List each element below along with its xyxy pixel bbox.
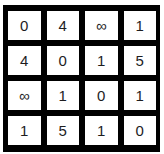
cell-r1-c1: 0	[47, 46, 80, 75]
cell-r3-c0: 1	[8, 116, 41, 145]
cell-r2-c0: ∞	[8, 81, 41, 110]
cell-r0-c1: 4	[47, 11, 80, 40]
matrix-grid-board: 0 4 ∞ 1 4 0 1 5 ∞ 1 0 1 1 5 1 0	[3, 5, 160, 152]
cell-r2-c3: 1	[124, 81, 157, 110]
cell-r0-c3: 1	[124, 11, 157, 40]
cell-r0-c2: ∞	[85, 11, 118, 40]
cell-r1-c3: 5	[124, 46, 157, 75]
cell-r3-c2: 1	[85, 116, 118, 145]
cell-r2-c2: 0	[85, 81, 118, 110]
cell-r3-c3: 0	[124, 116, 157, 145]
cell-r2-c1: 1	[47, 81, 80, 110]
cell-r0-c0: 0	[8, 11, 41, 40]
cell-r1-c0: 4	[8, 46, 41, 75]
cell-r1-c2: 1	[85, 46, 118, 75]
cell-r3-c1: 5	[47, 116, 80, 145]
